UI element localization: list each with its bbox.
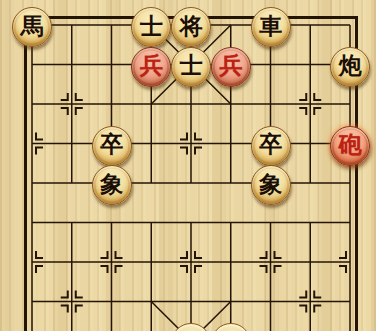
- piece-glyph: 炮: [339, 54, 362, 77]
- piece-partial-piece[interactable]: [171, 323, 211, 331]
- piece-black-general[interactable]: 将: [171, 7, 211, 47]
- piece-glyph: 士: [140, 15, 163, 38]
- piece-glyph: 馬: [21, 15, 44, 38]
- piece-glyph: 兵: [219, 54, 242, 77]
- piece-black-soldier[interactable]: 卒: [92, 126, 132, 166]
- piece-black-advisor[interactable]: 士: [131, 7, 171, 47]
- xiangqi-board-screenshot: 馬士将車兵士兵炮卒卒砲象象: [0, 0, 376, 331]
- piece-black-soldier[interactable]: 卒: [251, 126, 291, 166]
- piece-glyph: 士: [180, 54, 203, 77]
- pieces-layer: 馬士将車兵士兵炮卒卒砲象象: [12, 5, 370, 331]
- piece-glyph: 将: [180, 15, 203, 38]
- piece-red-soldier[interactable]: 兵: [131, 47, 171, 87]
- piece-glyph: 車: [259, 15, 282, 38]
- piece-black-elephant[interactable]: 象: [251, 165, 291, 205]
- piece-glyph: 象: [100, 173, 123, 196]
- piece-black-elephant[interactable]: 象: [92, 165, 132, 205]
- piece-red-cannon[interactable]: 砲: [330, 126, 370, 166]
- piece-red-soldier[interactable]: 兵: [211, 47, 251, 87]
- piece-black-advisor[interactable]: 士: [171, 47, 211, 87]
- piece-black-cannon[interactable]: 炮: [330, 47, 370, 87]
- piece-glyph: 兵: [140, 54, 163, 77]
- piece-partial-piece[interactable]: [211, 323, 251, 331]
- piece-glyph: 砲: [339, 133, 362, 156]
- piece-glyph: 卒: [100, 133, 123, 156]
- piece-glyph: 象: [259, 173, 282, 196]
- piece-black-horse[interactable]: 馬: [12, 7, 52, 47]
- piece-glyph: 卒: [259, 133, 282, 156]
- piece-black-chariot[interactable]: 車: [251, 7, 291, 47]
